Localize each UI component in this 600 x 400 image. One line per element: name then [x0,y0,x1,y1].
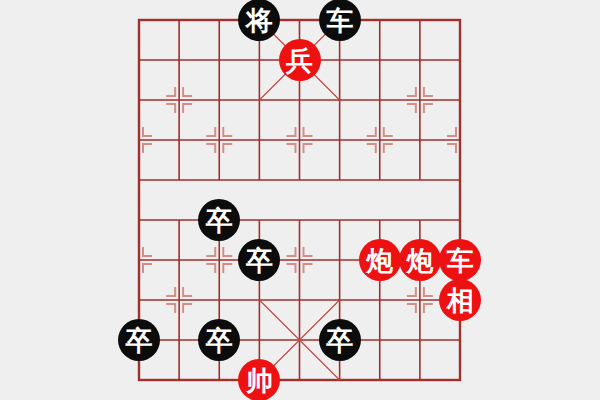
piece-glyph: 帅 [246,367,273,394]
piece-glyph: 卒 [246,247,273,274]
piece-glyph: 车 [447,247,474,274]
piece-glyph: 炮 [366,247,393,274]
red-cannon[interactable]: 炮 [399,239,441,281]
black-soldier[interactable]: 卒 [118,319,160,361]
piece-glyph: 卒 [206,327,233,354]
black-soldier[interactable]: 卒 [238,239,280,281]
red-general[interactable]: 帅 [238,359,280,400]
red-cannon[interactable]: 炮 [359,239,401,281]
black-soldier[interactable]: 卒 [319,319,361,361]
piece-glyph: 炮 [406,247,433,274]
piece-glyph: 卒 [326,327,353,354]
piece-glyph: 卒 [126,327,153,354]
piece-glyph: 将 [246,7,273,34]
black-chariot[interactable]: 车 [319,0,361,41]
piece-glyph: 卒 [206,207,233,234]
piece-glyph: 车 [326,7,353,34]
red-elephant[interactable]: 相 [439,279,481,321]
black-soldier[interactable]: 卒 [198,199,240,241]
piece-glyph: 兵 [286,47,313,74]
piece-glyph: 相 [447,287,474,314]
black-soldier[interactable]: 卒 [198,319,240,361]
piece-layer: 将车兵卒卒炮炮车相卒卒卒帅 [119,0,480,400]
xiangqi-board: 将车兵卒卒炮炮车相卒卒卒帅 [0,0,600,400]
black-general[interactable]: 将 [238,0,280,41]
red-soldier[interactable]: 兵 [279,39,321,81]
red-chariot[interactable]: 车 [439,239,481,281]
